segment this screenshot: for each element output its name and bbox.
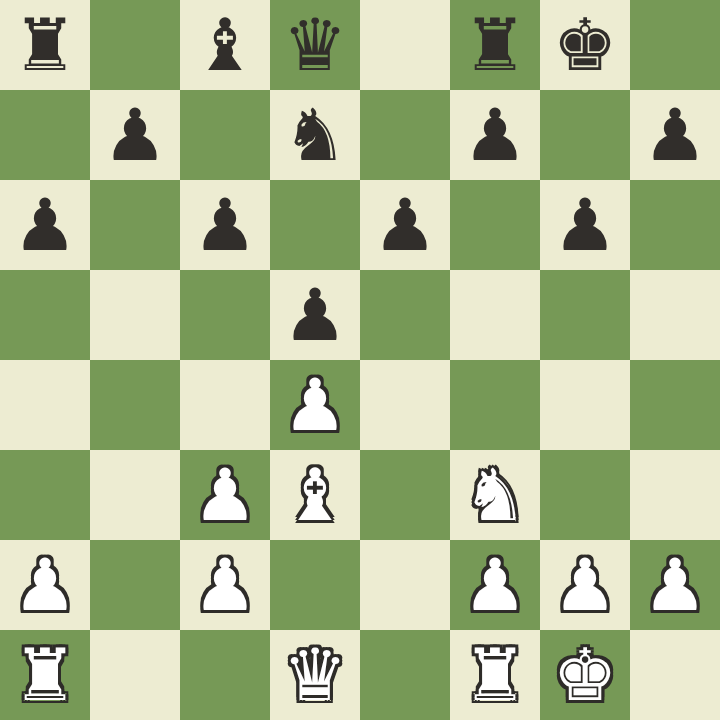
square-c5[interactable] [180, 270, 270, 360]
piece-white-pawn[interactable]: ♟ [553, 549, 618, 621]
square-c1[interactable] [180, 630, 270, 720]
square-a4[interactable] [0, 360, 90, 450]
square-f1[interactable]: ♜ [450, 630, 540, 720]
square-c8[interactable]: ♝ [180, 0, 270, 90]
piece-white-pawn[interactable]: ♟ [643, 549, 708, 621]
piece-white-queen[interactable]: ♛ [283, 639, 348, 711]
square-b2[interactable] [90, 540, 180, 630]
square-d7[interactable]: ♞ [270, 90, 360, 180]
piece-black-pawn[interactable]: ♟ [103, 99, 168, 171]
square-g1[interactable]: ♚ [540, 630, 630, 720]
square-e7[interactable] [360, 90, 450, 180]
square-b5[interactable] [90, 270, 180, 360]
square-f4[interactable] [450, 360, 540, 450]
square-g8[interactable]: ♚ [540, 0, 630, 90]
piece-white-king[interactable]: ♚ [553, 639, 618, 711]
square-d3[interactable]: ♝ [270, 450, 360, 540]
square-f3[interactable]: ♞ [450, 450, 540, 540]
square-b6[interactable] [90, 180, 180, 270]
square-h4[interactable] [630, 360, 720, 450]
square-f5[interactable] [450, 270, 540, 360]
square-h7[interactable]: ♟ [630, 90, 720, 180]
square-d1[interactable]: ♛ [270, 630, 360, 720]
square-b4[interactable] [90, 360, 180, 450]
piece-white-pawn[interactable]: ♟ [283, 369, 348, 441]
square-c7[interactable] [180, 90, 270, 180]
piece-white-rook[interactable]: ♜ [463, 639, 528, 711]
chess-board: ♜♝♛♜♚♟♞♟♟♟♟♟♟♟♟♟♝♞♟♟♟♟♟♜♛♜♚ [0, 0, 720, 720]
square-h3[interactable] [630, 450, 720, 540]
square-g7[interactable] [540, 90, 630, 180]
square-e2[interactable] [360, 540, 450, 630]
piece-black-pawn[interactable]: ♟ [283, 279, 348, 351]
piece-black-pawn[interactable]: ♟ [13, 189, 78, 261]
piece-black-pawn[interactable]: ♟ [373, 189, 438, 261]
square-h6[interactable] [630, 180, 720, 270]
square-f7[interactable]: ♟ [450, 90, 540, 180]
square-d8[interactable]: ♛ [270, 0, 360, 90]
square-g4[interactable] [540, 360, 630, 450]
square-g3[interactable] [540, 450, 630, 540]
square-e1[interactable] [360, 630, 450, 720]
square-e6[interactable]: ♟ [360, 180, 450, 270]
piece-white-pawn[interactable]: ♟ [13, 549, 78, 621]
square-c6[interactable]: ♟ [180, 180, 270, 270]
square-a8[interactable]: ♜ [0, 0, 90, 90]
piece-white-knight[interactable]: ♞ [463, 459, 528, 531]
square-e8[interactable] [360, 0, 450, 90]
piece-white-pawn[interactable]: ♟ [193, 459, 258, 531]
piece-black-queen[interactable]: ♛ [283, 9, 348, 81]
square-d4[interactable]: ♟ [270, 360, 360, 450]
piece-white-bishop[interactable]: ♝ [283, 459, 348, 531]
square-h1[interactable] [630, 630, 720, 720]
square-e5[interactable] [360, 270, 450, 360]
piece-black-pawn[interactable]: ♟ [643, 99, 708, 171]
square-h5[interactable] [630, 270, 720, 360]
piece-white-pawn[interactable]: ♟ [463, 549, 528, 621]
square-a6[interactable]: ♟ [0, 180, 90, 270]
piece-black-pawn[interactable]: ♟ [463, 99, 528, 171]
square-b7[interactable]: ♟ [90, 90, 180, 180]
piece-black-king[interactable]: ♚ [553, 9, 618, 81]
piece-black-bishop[interactable]: ♝ [193, 9, 258, 81]
square-e3[interactable] [360, 450, 450, 540]
square-d5[interactable]: ♟ [270, 270, 360, 360]
square-a1[interactable]: ♜ [0, 630, 90, 720]
square-f8[interactable]: ♜ [450, 0, 540, 90]
piece-black-rook[interactable]: ♜ [463, 9, 528, 81]
square-h8[interactable] [630, 0, 720, 90]
square-e4[interactable] [360, 360, 450, 450]
piece-white-pawn[interactable]: ♟ [193, 549, 258, 621]
square-b3[interactable] [90, 450, 180, 540]
square-g5[interactable] [540, 270, 630, 360]
square-d2[interactable] [270, 540, 360, 630]
square-d6[interactable] [270, 180, 360, 270]
piece-black-rook[interactable]: ♜ [13, 9, 78, 81]
square-a7[interactable] [0, 90, 90, 180]
square-c2[interactable]: ♟ [180, 540, 270, 630]
square-g2[interactable]: ♟ [540, 540, 630, 630]
square-h2[interactable]: ♟ [630, 540, 720, 630]
square-c4[interactable] [180, 360, 270, 450]
square-b1[interactable] [90, 630, 180, 720]
piece-black-knight[interactable]: ♞ [283, 99, 348, 171]
square-a5[interactable] [0, 270, 90, 360]
square-f6[interactable] [450, 180, 540, 270]
square-c3[interactable]: ♟ [180, 450, 270, 540]
piece-black-pawn[interactable]: ♟ [553, 189, 618, 261]
square-a2[interactable]: ♟ [0, 540, 90, 630]
piece-white-rook[interactable]: ♜ [13, 639, 78, 711]
square-b8[interactable] [90, 0, 180, 90]
square-g6[interactable]: ♟ [540, 180, 630, 270]
square-a3[interactable] [0, 450, 90, 540]
square-f2[interactable]: ♟ [450, 540, 540, 630]
piece-black-pawn[interactable]: ♟ [193, 189, 258, 261]
